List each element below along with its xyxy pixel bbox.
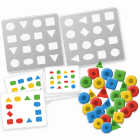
square-cutout <box>68 42 78 51</box>
red-triangle-up-shape <box>57 85 62 88</box>
card-cell <box>34 108 43 115</box>
peg-hole <box>104 71 109 76</box>
board-hole-triangle-down[interactable] <box>7 45 19 57</box>
peg-hole <box>96 121 101 126</box>
yellow-circle-shape <box>56 75 61 78</box>
circle-cutout <box>110 48 120 58</box>
board-hole-square[interactable] <box>89 12 102 24</box>
board-hole-square[interactable] <box>35 54 47 66</box>
yellow-triangle-up-shape <box>63 70 68 73</box>
oval-cutout <box>94 39 106 47</box>
board-hole-oval[interactable] <box>82 51 95 63</box>
red-circle-shape <box>5 104 12 110</box>
card-cell <box>49 85 55 89</box>
peg-hole <box>117 101 122 106</box>
blue-circle-shape <box>71 85 76 88</box>
square-cutout <box>108 36 118 45</box>
card-cell <box>23 94 32 101</box>
triangle-down-cutout <box>18 20 29 29</box>
circle-cutout <box>64 18 74 28</box>
circle-cutout <box>6 22 16 31</box>
board-hole-triangle-down[interactable] <box>105 22 118 34</box>
card-cell <box>23 102 32 109</box>
yellow-circle-shape <box>50 81 55 84</box>
board-hole-triangle-left[interactable] <box>76 14 89 26</box>
peg-hole <box>128 78 133 83</box>
red-square-shape <box>70 70 75 73</box>
square-cutout <box>97 50 107 59</box>
card-cell <box>4 103 13 110</box>
circle-cutout <box>66 30 76 40</box>
card-cell <box>49 75 55 79</box>
board-hole-circle[interactable] <box>31 18 43 30</box>
card-cell <box>15 118 24 125</box>
card-cell <box>63 75 69 79</box>
card-cell <box>56 85 62 89</box>
oval-cutout <box>82 53 94 61</box>
circle-cutout <box>93 26 103 36</box>
peg-hole <box>93 100 98 105</box>
circle-cutout <box>32 19 42 28</box>
green-triangle-up-shape <box>56 80 61 83</box>
blue-square-shape <box>50 86 55 89</box>
card-cell <box>70 84 76 88</box>
card-cell <box>63 85 69 89</box>
board-hole-triangle-down[interactable] <box>45 28 57 40</box>
peg-hole <box>116 115 121 120</box>
board-hole-circle[interactable] <box>65 29 78 41</box>
green-circle-shape <box>70 75 75 78</box>
card-cell <box>15 110 24 117</box>
peg-green-ring[interactable] <box>80 76 92 88</box>
card-cell <box>69 69 75 73</box>
card-cell <box>33 101 42 108</box>
card-cell <box>4 96 13 103</box>
green-triangle-up-shape <box>49 76 54 79</box>
yellow-circle-shape <box>27 83 34 89</box>
triangle-down-cutout <box>49 54 60 63</box>
left-shape-board[interactable] <box>1 13 64 73</box>
card-cell <box>25 117 34 124</box>
diamond-cutout <box>80 28 89 37</box>
card-cell <box>14 103 23 110</box>
blue-circle-shape <box>26 76 33 82</box>
peg-hole <box>117 73 122 78</box>
card-cell <box>49 80 55 84</box>
card-cell <box>6 118 15 125</box>
board-hole-square[interactable] <box>66 41 79 53</box>
triangle-down-cutout <box>46 29 57 38</box>
blue-triangle-up-shape <box>25 117 33 123</box>
red-diamond-shape <box>6 111 13 117</box>
board-hole-circle[interactable] <box>63 17 76 29</box>
card-cell <box>34 116 43 123</box>
blue-square-shape <box>18 78 24 83</box>
yellow-triangle-up-shape <box>4 97 12 103</box>
circle-cutout <box>81 40 91 50</box>
square-cutout <box>7 35 16 44</box>
yellow-triangle-up-shape <box>70 80 75 83</box>
blue-square-shape <box>64 75 69 78</box>
board-hole-circle[interactable] <box>80 39 93 51</box>
peg-blue-cube[interactable] <box>105 77 119 91</box>
board-hole-diamond[interactable] <box>78 27 91 39</box>
card-cell <box>56 75 62 79</box>
square-cutout <box>45 18 54 27</box>
board-hole-circle[interactable] <box>108 47 121 59</box>
circle-cutout <box>10 59 20 68</box>
peg-hole <box>83 79 88 84</box>
board-hole-square[interactable] <box>106 34 119 46</box>
peg-hole <box>91 71 96 76</box>
pattern-card-deck[interactable] <box>44 65 80 94</box>
board-hole-square[interactable] <box>47 40 59 52</box>
board-hole-circle[interactable] <box>4 21 16 33</box>
card-cell <box>24 109 33 116</box>
card-cell <box>63 80 69 84</box>
oval-cutout <box>20 33 31 41</box>
green-square-shape <box>33 94 40 99</box>
green-square-shape <box>10 80 16 85</box>
card-cell <box>5 111 14 118</box>
card-cell <box>63 70 69 74</box>
pattern-card-border[interactable] <box>0 89 48 130</box>
circle-cutout <box>35 43 45 52</box>
board-hole-triangle-down[interactable] <box>17 19 29 31</box>
peg-blue-ring[interactable] <box>101 122 112 133</box>
board-hole-circle[interactable] <box>9 57 21 69</box>
square-cutout <box>48 42 57 51</box>
square-cutout <box>34 31 43 40</box>
blue-square-shape <box>35 117 42 122</box>
square-cutout <box>104 12 114 21</box>
square-cutout <box>22 45 31 54</box>
board-hole-square[interactable] <box>20 44 32 56</box>
board-hole-oval[interactable] <box>22 56 34 68</box>
oval-cutout <box>23 58 34 66</box>
peg-hole <box>109 81 115 87</box>
peg-hole <box>81 95 86 100</box>
square-cutout <box>91 14 101 23</box>
peg-hole <box>96 80 101 85</box>
green-triangle-up-shape <box>23 95 31 101</box>
right-shape-board[interactable] <box>59 7 125 68</box>
blue-circle-shape <box>34 102 41 108</box>
board-hole-circle[interactable] <box>91 24 104 36</box>
board-hole-oval[interactable] <box>19 31 31 43</box>
square-cutout <box>37 56 46 65</box>
board-hole-oval[interactable] <box>93 37 106 49</box>
board-hole-circle[interactable] <box>34 42 46 54</box>
card-cell <box>13 95 22 102</box>
yellow-circle-shape <box>14 96 21 102</box>
card-cell <box>56 70 62 74</box>
red-circle-shape <box>16 118 23 124</box>
board-hole-triangle-down[interactable] <box>48 53 60 65</box>
red-square-shape <box>64 80 69 83</box>
peg-hole <box>104 125 109 130</box>
red-square-shape <box>49 71 54 74</box>
triangle-down-cutout <box>105 23 116 33</box>
green-circle-shape <box>56 70 61 73</box>
peg-hole <box>100 88 106 94</box>
blue-square-shape <box>35 109 42 114</box>
board-hole-triangle-left[interactable] <box>68 53 81 65</box>
triangle-left-cutout <box>70 54 80 64</box>
board-hole-square[interactable] <box>44 16 56 28</box>
board-hole-square[interactable] <box>95 49 108 61</box>
card-cell <box>56 80 62 84</box>
red-square-shape <box>7 119 14 124</box>
triangle-left-cutout <box>77 15 87 25</box>
card-cell <box>70 74 76 78</box>
green-square-shape <box>64 85 69 88</box>
board-hole-square[interactable] <box>6 33 18 45</box>
card-cell <box>32 93 41 100</box>
card-cell <box>70 79 76 83</box>
triangle-down-cutout <box>8 46 19 55</box>
card-cell <box>49 70 55 74</box>
board-hole-square[interactable] <box>103 10 116 22</box>
board-hole-square[interactable] <box>32 30 44 42</box>
